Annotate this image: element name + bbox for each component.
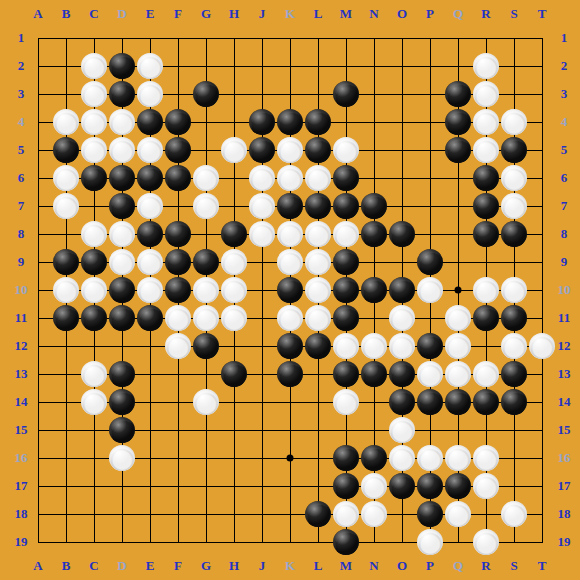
white-stone[interactable]: ○ [81,53,107,79]
black-stone[interactable]: ● [333,249,359,275]
white-stone[interactable]: ○ [501,193,527,219]
black-stone[interactable]: ● [165,221,191,247]
col-label-top: F [174,6,182,22]
row-label-right: 13 [558,366,571,382]
white-stone[interactable]: ○ [165,333,191,359]
black-stone[interactable]: ● [361,361,387,387]
stone-glyph: ○ [529,333,555,359]
black-stone[interactable]: ● [445,473,471,499]
stone-glyph: ○ [305,165,331,191]
white-stone[interactable]: ○ [193,389,219,415]
col-label-top: H [229,6,239,22]
stone-glyph: ● [81,305,107,331]
stone-glyph: ○ [473,277,499,303]
white-stone[interactable]: ○ [249,165,275,191]
white-stone[interactable]: ○ [333,221,359,247]
black-stone[interactable]: ● [417,249,443,275]
white-stone[interactable]: ○ [277,221,303,247]
black-stone[interactable]: ● [389,361,415,387]
black-stone[interactable]: ● [109,53,135,79]
white-stone[interactable]: ○ [277,249,303,275]
white-stone[interactable]: ○ [193,165,219,191]
stone-glyph: ● [81,165,107,191]
black-stone[interactable]: ● [277,277,303,303]
white-stone[interactable]: ○ [473,137,499,163]
row-label-right: 18 [558,506,571,522]
black-stone[interactable]: ● [193,249,219,275]
black-stone[interactable]: ● [361,193,387,219]
white-stone[interactable]: ○ [501,109,527,135]
black-stone[interactable]: ● [137,165,163,191]
stone-glyph: ○ [305,305,331,331]
black-stone[interactable]: ● [473,221,499,247]
col-label-top: L [314,6,323,22]
col-label-top: N [369,6,378,22]
black-stone[interactable]: ● [305,501,331,527]
white-stone[interactable]: ○ [473,529,499,555]
black-stone[interactable]: ● [389,389,415,415]
white-stone[interactable]: ○ [137,81,163,107]
white-stone[interactable]: ○ [333,389,359,415]
col-label-bottom: J [259,558,266,574]
stone-glyph: ● [109,193,135,219]
white-stone[interactable]: ○ [137,137,163,163]
white-stone[interactable]: ○ [221,305,247,331]
black-stone[interactable]: ● [389,277,415,303]
stone-glyph: ● [193,333,219,359]
black-stone[interactable]: ● [305,137,331,163]
black-stone[interactable]: ● [277,193,303,219]
white-stone[interactable]: ○ [417,277,443,303]
black-stone[interactable]: ● [473,193,499,219]
stone-glyph: ○ [109,445,135,471]
col-label-bottom: L [314,558,323,574]
black-stone[interactable]: ● [473,165,499,191]
black-stone[interactable]: ● [109,361,135,387]
stone-glyph: ○ [445,501,471,527]
white-stone[interactable]: ○ [81,81,107,107]
black-stone[interactable]: ● [109,277,135,303]
white-stone[interactable]: ○ [53,193,79,219]
white-stone[interactable]: ○ [501,333,527,359]
black-stone[interactable]: ● [81,249,107,275]
white-stone[interactable]: ○ [109,109,135,135]
white-stone[interactable]: ○ [305,221,331,247]
stone-glyph: ● [389,389,415,415]
stone-glyph: ○ [389,417,415,443]
black-stone[interactable]: ● [361,277,387,303]
black-stone[interactable]: ● [53,137,79,163]
stone-glyph: ● [249,109,275,135]
col-label-bottom: A [33,558,42,574]
black-stone[interactable]: ● [109,389,135,415]
row-label-left: 5 [18,142,25,158]
white-stone[interactable]: ○ [445,305,471,331]
stone-glyph: ● [109,165,135,191]
white-stone[interactable]: ○ [109,249,135,275]
stone-glyph: ● [277,193,303,219]
stone-glyph: ○ [193,305,219,331]
black-stone[interactable]: ● [109,165,135,191]
black-stone[interactable]: ● [333,473,359,499]
stone-glyph: ○ [53,109,79,135]
white-stone[interactable]: ○ [193,193,219,219]
stone-glyph: ○ [305,249,331,275]
stone-glyph: ○ [417,529,443,555]
stone-glyph: ○ [417,277,443,303]
white-stone[interactable]: ○ [445,361,471,387]
stone-glyph: ● [333,193,359,219]
stone-glyph: ○ [137,53,163,79]
stone-glyph: ○ [137,193,163,219]
white-stone[interactable]: ○ [305,305,331,331]
stone-glyph: ○ [501,109,527,135]
black-stone[interactable]: ● [333,193,359,219]
stone-glyph: ○ [109,221,135,247]
stone-glyph: ○ [501,501,527,527]
stone-glyph: ● [249,137,275,163]
black-stone[interactable]: ● [389,473,415,499]
stone-glyph: ● [53,305,79,331]
white-stone[interactable]: ○ [389,417,415,443]
go-board[interactable]: ○●○○○●○●●●○○○○●●●●●●○○●○○○●○●○●○●○●○●●●●… [0,0,580,580]
stone-glyph: ○ [277,221,303,247]
col-label-bottom: G [201,558,211,574]
stone-glyph: ● [473,165,499,191]
col-label-bottom: S [510,558,517,574]
col-label-top: R [481,6,490,22]
white-stone[interactable]: ○ [137,193,163,219]
white-stone[interactable]: ○ [305,249,331,275]
black-stone[interactable]: ● [501,389,527,415]
black-stone[interactable]: ● [53,305,79,331]
row-label-right: 17 [558,478,571,494]
stone-glyph: ● [361,445,387,471]
white-stone[interactable]: ○ [473,109,499,135]
white-stone[interactable]: ○ [389,445,415,471]
black-stone[interactable]: ● [417,473,443,499]
white-stone[interactable]: ○ [305,277,331,303]
black-stone[interactable]: ● [249,109,275,135]
white-stone[interactable]: ○ [473,53,499,79]
white-stone[interactable]: ○ [137,277,163,303]
stone-glyph: ● [417,333,443,359]
white-stone[interactable]: ○ [221,137,247,163]
black-stone[interactable]: ● [53,249,79,275]
black-stone[interactable]: ● [361,445,387,471]
stone-glyph: ○ [81,81,107,107]
white-stone[interactable]: ○ [445,501,471,527]
black-stone[interactable]: ● [473,389,499,415]
stone-glyph: ○ [137,137,163,163]
row-label-left: 14 [15,394,28,410]
row-label-left: 18 [15,506,28,522]
black-stone[interactable]: ● [137,221,163,247]
black-stone[interactable]: ● [445,389,471,415]
white-stone[interactable]: ○ [81,361,107,387]
black-stone[interactable]: ● [193,81,219,107]
black-stone[interactable]: ● [165,277,191,303]
white-stone[interactable]: ○ [361,501,387,527]
white-stone[interactable]: ○ [53,165,79,191]
row-label-left: 13 [15,366,28,382]
white-stone[interactable]: ○ [333,333,359,359]
white-stone[interactable]: ○ [137,53,163,79]
white-stone[interactable]: ○ [53,109,79,135]
white-stone[interactable]: ○ [137,249,163,275]
stone-glyph: ● [305,193,331,219]
white-stone[interactable]: ○ [109,221,135,247]
black-stone[interactable]: ● [277,109,303,135]
grid-line-horizontal [38,542,543,543]
black-stone[interactable]: ● [445,137,471,163]
col-label-top: Q [453,6,463,22]
stone-glyph: ○ [445,445,471,471]
stone-glyph: ● [53,137,79,163]
row-label-right: 7 [561,198,568,214]
stone-glyph: ○ [81,221,107,247]
black-stone[interactable]: ● [277,361,303,387]
white-stone[interactable]: ○ [473,361,499,387]
col-label-top: K [285,6,295,22]
white-stone[interactable]: ○ [81,109,107,135]
white-stone[interactable]: ○ [417,445,443,471]
stone-glyph: ● [277,109,303,135]
stone-glyph: ○ [137,249,163,275]
stone-glyph: ○ [193,277,219,303]
stone-glyph: ○ [221,137,247,163]
white-stone[interactable]: ○ [445,445,471,471]
black-stone[interactable]: ● [333,445,359,471]
black-stone[interactable]: ● [165,165,191,191]
stone-glyph: ○ [109,137,135,163]
black-stone[interactable]: ● [109,193,135,219]
white-stone[interactable]: ○ [109,445,135,471]
stone-glyph: ○ [445,305,471,331]
black-stone[interactable]: ● [333,305,359,331]
white-stone[interactable]: ○ [361,333,387,359]
black-stone[interactable]: ● [501,221,527,247]
stone-glyph: ● [165,165,191,191]
white-stone[interactable]: ○ [501,277,527,303]
white-stone[interactable]: ○ [81,137,107,163]
stone-glyph: ○ [501,277,527,303]
black-stone[interactable]: ● [501,361,527,387]
white-stone[interactable]: ○ [277,137,303,163]
col-label-top: P [426,6,434,22]
stone-glyph: ○ [109,109,135,135]
stone-glyph: ○ [193,165,219,191]
stone-glyph: ● [165,109,191,135]
stone-glyph: ● [109,305,135,331]
col-label-bottom: E [146,558,155,574]
black-stone[interactable]: ● [165,109,191,135]
black-stone[interactable]: ● [137,109,163,135]
white-stone[interactable]: ○ [193,305,219,331]
black-stone[interactable]: ● [333,529,359,555]
col-label-top: S [510,6,517,22]
row-label-right: 1 [561,30,568,46]
black-stone[interactable]: ● [109,305,135,331]
row-label-right: 8 [561,226,568,242]
black-stone[interactable]: ● [501,137,527,163]
black-stone[interactable]: ● [473,305,499,331]
stone-glyph: ● [109,81,135,107]
row-label-right: 2 [561,58,568,74]
stone-glyph: ● [137,305,163,331]
white-stone[interactable]: ○ [109,137,135,163]
black-stone[interactable]: ● [445,109,471,135]
col-label-top: B [62,6,71,22]
black-stone[interactable]: ● [501,305,527,331]
stone-glyph: ● [389,473,415,499]
black-stone[interactable]: ● [165,249,191,275]
white-stone[interactable]: ○ [277,165,303,191]
black-stone[interactable]: ● [305,193,331,219]
white-stone[interactable]: ○ [305,165,331,191]
stone-glyph: ○ [389,445,415,471]
stone-glyph: ○ [277,165,303,191]
white-stone[interactable]: ○ [501,165,527,191]
stone-glyph: ● [137,165,163,191]
black-stone[interactable]: ● [221,221,247,247]
black-stone[interactable]: ● [81,305,107,331]
black-stone[interactable]: ● [333,81,359,107]
row-label-left: 19 [15,534,28,550]
white-stone[interactable]: ○ [501,501,527,527]
white-stone[interactable]: ○ [473,81,499,107]
black-stone[interactable]: ● [109,81,135,107]
stone-glyph: ● [333,249,359,275]
black-stone[interactable]: ● [193,333,219,359]
col-label-bottom: R [481,558,490,574]
stone-glyph: ● [501,305,527,331]
stone-glyph: ● [333,277,359,303]
stone-glyph: ● [501,389,527,415]
white-stone[interactable]: ○ [193,277,219,303]
black-stone[interactable]: ● [361,221,387,247]
white-stone[interactable]: ○ [249,221,275,247]
black-stone[interactable]: ● [305,333,331,359]
col-label-bottom: N [369,558,378,574]
white-stone[interactable]: ○ [221,249,247,275]
row-label-left: 1 [18,30,25,46]
stone-glyph: ● [81,249,107,275]
black-stone[interactable]: ● [277,333,303,359]
stone-glyph: ○ [81,53,107,79]
black-stone[interactable]: ● [165,137,191,163]
black-stone[interactable]: ● [417,333,443,359]
stone-glyph: ○ [361,333,387,359]
white-stone[interactable]: ○ [417,529,443,555]
white-stone[interactable]: ○ [53,277,79,303]
white-stone[interactable]: ○ [333,137,359,163]
black-stone[interactable]: ● [417,501,443,527]
white-stone[interactable]: ○ [473,445,499,471]
col-label-top: E [146,6,155,22]
stone-glyph: ● [389,277,415,303]
col-label-bottom: Q [453,558,463,574]
black-stone[interactable]: ● [249,137,275,163]
stone-glyph: ● [473,389,499,415]
white-stone[interactable]: ○ [277,305,303,331]
stone-glyph: ● [501,221,527,247]
stone-glyph: ● [193,249,219,275]
col-label-bottom: K [285,558,295,574]
white-stone[interactable]: ○ [389,333,415,359]
stone-glyph: ● [445,81,471,107]
white-stone[interactable]: ○ [333,501,359,527]
black-stone[interactable]: ● [333,165,359,191]
white-stone[interactable]: ○ [529,333,555,359]
col-label-top: T [538,6,547,22]
stone-glyph: ● [501,361,527,387]
col-label-bottom: C [89,558,98,574]
stone-glyph: ● [221,361,247,387]
col-label-bottom: M [340,558,352,574]
black-stone[interactable]: ● [81,165,107,191]
stone-glyph: ○ [165,333,191,359]
row-label-left: 4 [18,114,25,130]
white-stone[interactable]: ○ [165,305,191,331]
stone-glyph: ○ [249,193,275,219]
row-label-left: 2 [18,58,25,74]
stone-glyph: ○ [277,249,303,275]
black-stone[interactable]: ● [137,305,163,331]
black-stone[interactable]: ● [333,361,359,387]
white-stone[interactable]: ○ [221,277,247,303]
white-stone[interactable]: ○ [473,277,499,303]
stone-glyph: ○ [81,137,107,163]
black-stone[interactable]: ● [389,221,415,247]
stone-glyph: ● [305,501,331,527]
white-stone[interactable]: ○ [473,473,499,499]
white-stone[interactable]: ○ [81,389,107,415]
stone-glyph: ○ [501,333,527,359]
white-stone[interactable]: ○ [361,473,387,499]
stone-glyph: ○ [473,445,499,471]
stone-glyph: ● [221,221,247,247]
stone-glyph: ○ [249,221,275,247]
stone-glyph: ○ [501,193,527,219]
black-stone[interactable]: ● [221,361,247,387]
col-label-bottom: O [397,558,407,574]
stone-glyph: ○ [417,445,443,471]
stone-glyph: ● [137,109,163,135]
black-stone[interactable]: ● [445,81,471,107]
black-stone[interactable]: ● [417,389,443,415]
stone-glyph: ● [417,249,443,275]
black-stone[interactable]: ● [333,277,359,303]
white-stone[interactable]: ○ [445,333,471,359]
col-label-bottom: H [229,558,239,574]
stone-glyph: ○ [305,277,331,303]
row-label-left: 6 [18,170,25,186]
white-stone[interactable]: ○ [249,193,275,219]
row-label-right: 15 [558,422,571,438]
white-stone[interactable]: ○ [389,305,415,331]
stone-glyph: ○ [445,361,471,387]
white-stone[interactable]: ○ [417,361,443,387]
white-stone[interactable]: ○ [81,277,107,303]
black-stone[interactable]: ● [305,109,331,135]
col-label-top: J [259,6,266,22]
stone-glyph: ● [445,137,471,163]
row-label-right: 19 [558,534,571,550]
white-stone[interactable]: ○ [81,221,107,247]
black-stone[interactable]: ● [109,417,135,443]
row-label-left: 8 [18,226,25,242]
